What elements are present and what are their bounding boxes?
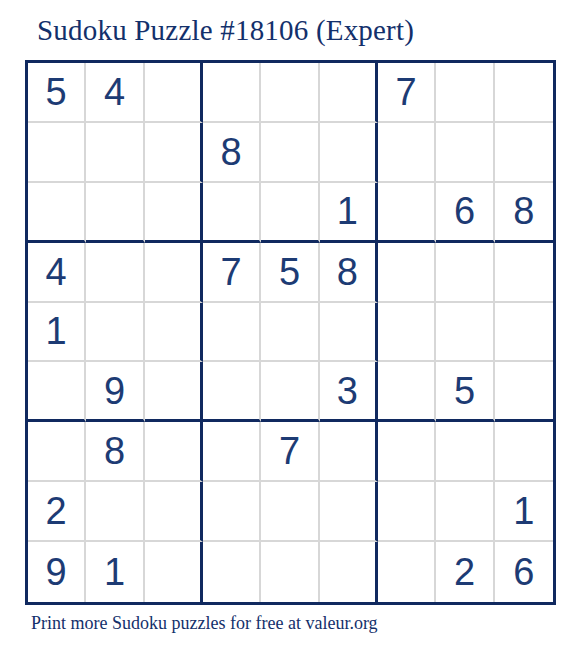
cell-r6c7-empty xyxy=(378,362,436,422)
cell-r1c9-empty xyxy=(495,63,553,123)
cell-r9c6-empty xyxy=(320,542,378,602)
cell-r1c2-given: 4 xyxy=(86,63,144,123)
cell-r2c3-empty xyxy=(145,123,203,183)
cell-r8c7-empty xyxy=(378,482,436,542)
cell-r8c2-empty xyxy=(86,482,144,542)
cell-r4c2-empty xyxy=(86,243,144,303)
cell-r2c6-empty xyxy=(320,123,378,183)
cell-r6c2-given: 9 xyxy=(86,362,144,422)
cell-r1c4-empty xyxy=(203,63,261,123)
cell-r4c8-empty xyxy=(436,243,494,303)
cell-r7c8-empty xyxy=(436,422,494,482)
cell-r4c4-given: 7 xyxy=(203,243,261,303)
cell-r3c9-given: 8 xyxy=(495,183,553,243)
cell-r6c3-empty xyxy=(145,362,203,422)
cell-r3c8-given: 6 xyxy=(436,183,494,243)
cell-r3c3-empty xyxy=(145,183,203,243)
cell-r5c1-given: 1 xyxy=(28,303,86,363)
cell-r1c8-empty xyxy=(436,63,494,123)
cell-r5c8-empty xyxy=(436,303,494,363)
cell-r6c4-empty xyxy=(203,362,261,422)
cell-r9c2-given: 1 xyxy=(86,542,144,602)
cell-r2c8-empty xyxy=(436,123,494,183)
cell-r8c1-given: 2 xyxy=(28,482,86,542)
cell-r6c1-empty xyxy=(28,362,86,422)
cell-r9c8-given: 2 xyxy=(436,542,494,602)
cell-r5c6-empty xyxy=(320,303,378,363)
cell-r6c5-empty xyxy=(261,362,319,422)
cell-r7c7-empty xyxy=(378,422,436,482)
cell-r2c4-given: 8 xyxy=(203,123,261,183)
cell-r9c3-empty xyxy=(145,542,203,602)
cell-r6c6-given: 3 xyxy=(320,362,378,422)
cell-r4c7-empty xyxy=(378,243,436,303)
cell-r2c9-empty xyxy=(495,123,553,183)
cell-r7c3-empty xyxy=(145,422,203,482)
footer-note: Print more Sudoku puzzles for free at va… xyxy=(31,613,378,634)
cell-r6c9-empty xyxy=(495,362,553,422)
cell-r7c1-empty xyxy=(28,422,86,482)
cell-r4c5-given: 5 xyxy=(261,243,319,303)
cell-r9c4-empty xyxy=(203,542,261,602)
cell-r1c7-given: 7 xyxy=(378,63,436,123)
cell-r3c6-given: 1 xyxy=(320,183,378,243)
cell-r3c5-empty xyxy=(261,183,319,243)
cell-r1c1-given: 5 xyxy=(28,63,86,123)
cell-r9c1-given: 9 xyxy=(28,542,86,602)
cell-r5c5-empty xyxy=(261,303,319,363)
cell-r5c2-empty xyxy=(86,303,144,363)
cell-r2c5-empty xyxy=(261,123,319,183)
cell-r4c1-given: 4 xyxy=(28,243,86,303)
cell-r5c9-empty xyxy=(495,303,553,363)
cell-r8c9-given: 1 xyxy=(495,482,553,542)
cell-r4c9-empty xyxy=(495,243,553,303)
cell-r4c3-empty xyxy=(145,243,203,303)
cell-r5c4-empty xyxy=(203,303,261,363)
cell-r6c8-given: 5 xyxy=(436,362,494,422)
cell-r7c2-given: 8 xyxy=(86,422,144,482)
cell-r8c8-empty xyxy=(436,482,494,542)
cell-r7c4-empty xyxy=(203,422,261,482)
cell-r8c6-empty xyxy=(320,482,378,542)
cell-r5c7-empty xyxy=(378,303,436,363)
cell-r7c9-empty xyxy=(495,422,553,482)
cell-r3c7-empty xyxy=(378,183,436,243)
cell-r9c7-empty xyxy=(378,542,436,602)
cell-r1c3-empty xyxy=(145,63,203,123)
cell-r9c5-empty xyxy=(261,542,319,602)
cell-r3c2-empty xyxy=(86,183,144,243)
cell-r7c5-given: 7 xyxy=(261,422,319,482)
cell-r4c6-given: 8 xyxy=(320,243,378,303)
sudoku-board: 54781684758193587219126 xyxy=(25,60,556,605)
cell-r8c3-empty xyxy=(145,482,203,542)
cell-r2c7-empty xyxy=(378,123,436,183)
cell-r3c1-empty xyxy=(28,183,86,243)
cell-r3c4-empty xyxy=(203,183,261,243)
cell-r9c9-given: 6 xyxy=(495,542,553,602)
cell-r5c3-empty xyxy=(145,303,203,363)
cell-r1c5-empty xyxy=(261,63,319,123)
cell-r2c1-empty xyxy=(28,123,86,183)
cell-r1c6-empty xyxy=(320,63,378,123)
cell-r8c4-empty xyxy=(203,482,261,542)
cell-r8c5-empty xyxy=(261,482,319,542)
cell-r2c2-empty xyxy=(86,123,144,183)
cell-r7c6-empty xyxy=(320,422,378,482)
page-title: Sudoku Puzzle #18106 (Expert) xyxy=(37,14,414,47)
